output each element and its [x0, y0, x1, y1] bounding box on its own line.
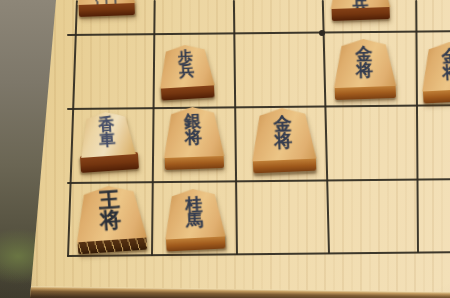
piece-kinsho-top[interactable]: 金 将	[331, 38, 398, 100]
piece-face: 歩 兵	[156, 43, 215, 88]
kanji-bottom: 馬	[186, 212, 204, 229]
piece-kinsho-middle[interactable]: 金 将	[249, 107, 319, 174]
piece-pawn-cut[interactable]: 兵	[328, 0, 392, 21]
grid-line-h3	[67, 178, 450, 184]
piece-face: 金 将	[418, 40, 450, 91]
grid-line-v2	[151, 0, 156, 256]
grid-line-v5	[415, 0, 419, 253]
grid-line-h4	[67, 251, 450, 257]
kanji-bottom: 兵	[179, 64, 195, 79]
kanji-bottom: 将	[442, 64, 450, 81]
kanji-bottom: 将	[99, 210, 121, 231]
kanji-bottom: 将	[185, 129, 203, 146]
star-point	[319, 30, 325, 36]
kanji-bottom: 将	[274, 131, 293, 149]
grid-line-v3	[233, 0, 238, 255]
piece-face: 銀 将	[161, 106, 226, 158]
grid-line-h1	[67, 30, 450, 36]
kanji-bottom: 車	[99, 131, 116, 147]
board-front-edge	[18, 286, 450, 298]
piece-face: 金 将	[249, 107, 318, 162]
piece-kinsho-right-cropped[interactable]: 金 将	[418, 40, 450, 103]
piece-face: 香 車	[77, 110, 137, 158]
kanji-bottom: 将	[356, 61, 374, 78]
shogi-photo: 兵 歩 兵 金 将 金 将 香 車 銀 将	[0, 0, 450, 298]
piece-face: 王 将	[72, 184, 149, 243]
piece-ginsho[interactable]: 銀 将	[161, 106, 226, 170]
piece-face: 金 将	[331, 38, 398, 88]
piece-unknown-cut[interactable]	[75, 0, 137, 17]
piece-fuhyo[interactable]: 歩 兵	[156, 43, 216, 100]
grid-line-v4	[322, 0, 330, 254]
piece-osho-king[interactable]: 王 将	[72, 184, 149, 255]
piece-keima[interactable]: 桂 馬	[161, 187, 227, 251]
piece-kyosha[interactable]: 香 車	[77, 110, 138, 173]
piece-face: 桂 馬	[161, 187, 226, 239]
